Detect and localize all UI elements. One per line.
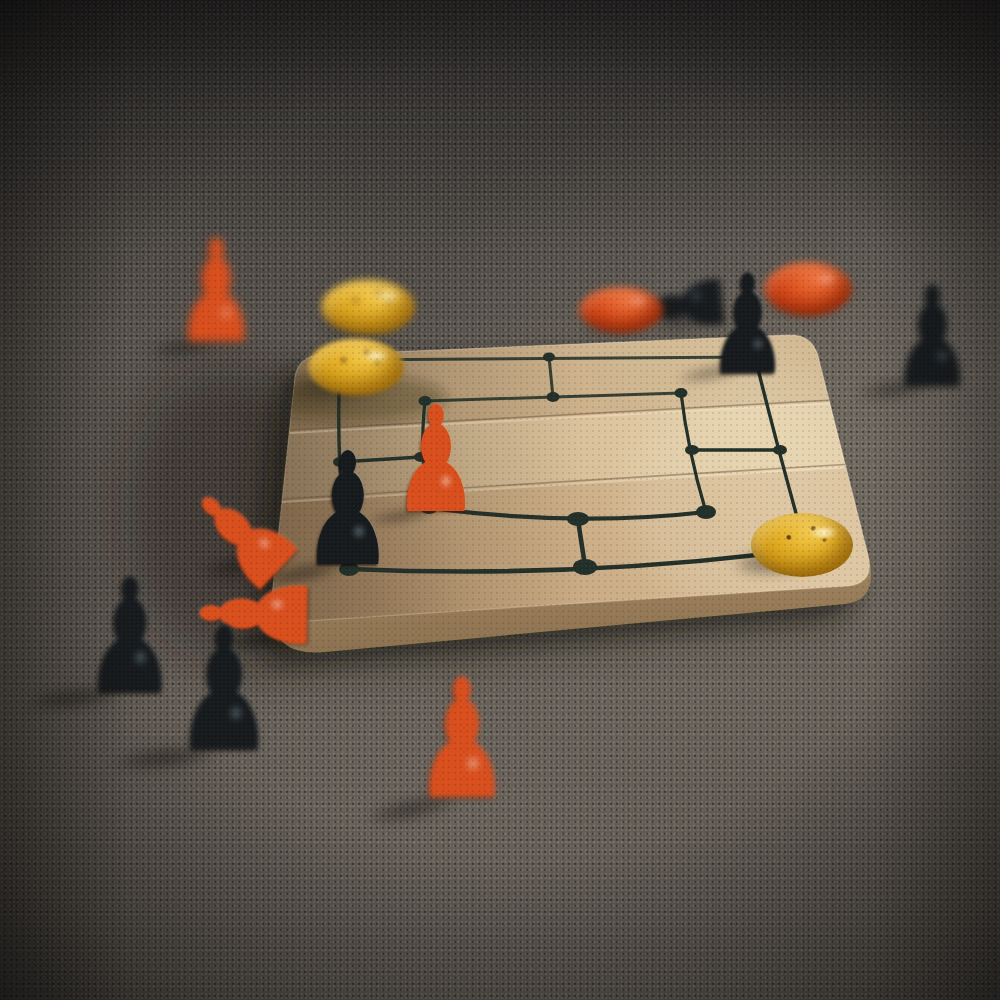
black-pawn[interactable]: ♟ <box>318 465 378 569</box>
pawn-glyph: ♟ <box>174 626 275 754</box>
pawn-glyph: ♟ <box>413 679 511 803</box>
pawn-glyph: ♟ <box>83 577 177 696</box>
yellow-disc[interactable] <box>308 339 404 396</box>
yellow-disc[interactable] <box>751 513 853 577</box>
pieces-layer: ♟♟♟♟♟♟♟♟♟♟♟ <box>0 0 1000 1000</box>
pawn-glyph: ♟ <box>393 406 480 516</box>
black-pawn[interactable]: ♟ <box>194 640 256 754</box>
pawn-glyph: ♟ <box>707 274 789 378</box>
photo-scene: ♟♟♟♟♟♟♟♟♟♟♟ <box>0 0 1000 1000</box>
pawn-glyph: ♟ <box>892 286 974 390</box>
black-pawn[interactable]: ♟ <box>721 285 775 377</box>
black-pawn[interactable]: ♟ <box>101 590 159 696</box>
red-orange-disc[interactable] <box>579 287 663 333</box>
orange-pawn[interactable]: ♟ <box>189 252 243 346</box>
orange-pawn[interactable]: ♟ <box>408 418 464 516</box>
pawn-glyph: ♟ <box>302 452 394 569</box>
yellow-disc[interactable] <box>321 280 415 335</box>
black-pawn[interactable]: ♟ <box>907 297 959 389</box>
orange-pawn[interactable]: ♟ <box>431 693 493 803</box>
pawn-glyph: ♟ <box>174 240 257 346</box>
